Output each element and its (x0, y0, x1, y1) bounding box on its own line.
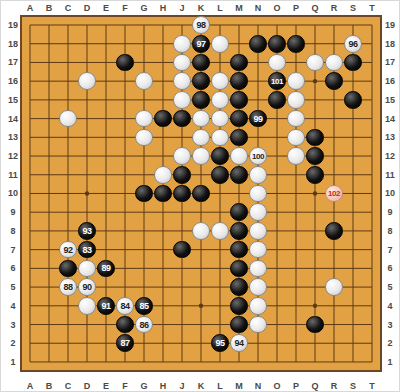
stone-P16[interactable] (287, 72, 305, 90)
coord-label-bottom-F: F (115, 381, 135, 391)
move-number-98: 98 (196, 20, 205, 30)
coord-label-left-13: 13 (5, 132, 21, 142)
stone-M4[interactable] (230, 297, 248, 315)
star-point-Q4 (313, 304, 317, 308)
stone-K18[interactable]: 97 (192, 35, 210, 53)
stone-D7[interactable]: 83 (78, 241, 96, 259)
stone-M14[interactable] (230, 110, 248, 128)
stone-Q17[interactable] (306, 54, 324, 72)
coord-label-right-13: 13 (382, 132, 398, 142)
move-number-85: 85 (139, 301, 148, 311)
coord-label-right-17: 17 (382, 57, 398, 67)
coord-label-bottom-H: H (153, 381, 173, 391)
stone-L15[interactable] (211, 91, 229, 109)
stone-R5[interactable] (325, 278, 343, 296)
coord-label-top-O: O (267, 3, 287, 13)
coord-label-bottom-Q: Q (305, 381, 325, 391)
coord-label-top-Q: Q (305, 3, 325, 13)
stone-J11[interactable] (173, 166, 191, 184)
stone-C7[interactable]: 92 (59, 241, 77, 259)
coord-label-right-14: 14 (382, 114, 398, 124)
coord-label-right-16: 16 (382, 76, 398, 86)
stone-K8[interactable] (192, 222, 210, 240)
coord-label-left-11: 11 (5, 170, 21, 180)
move-number-102: 102 (328, 189, 340, 198)
stone-K12[interactable] (192, 147, 210, 165)
stone-F17[interactable] (116, 54, 134, 72)
stone-O15[interactable] (268, 91, 286, 109)
stone-M6[interactable] (230, 260, 248, 278)
stone-L16[interactable] (211, 72, 229, 90)
stone-E4[interactable]: 91 (97, 297, 115, 315)
coord-label-top-R: R (324, 3, 344, 13)
coord-label-right-18: 18 (382, 39, 398, 49)
coord-label-left-1: 1 (5, 357, 21, 367)
coord-label-right-7: 7 (382, 245, 398, 255)
coord-label-left-19: 19 (5, 20, 21, 30)
move-number-83: 83 (82, 245, 91, 255)
stone-S17[interactable] (344, 54, 362, 72)
coord-label-top-K: K (191, 3, 211, 13)
coord-label-top-A: A (20, 3, 40, 13)
stone-M5[interactable] (230, 278, 248, 296)
coord-label-left-10: 10 (5, 188, 21, 198)
coord-label-right-19: 19 (382, 20, 398, 30)
coord-label-bottom-O: O (267, 381, 287, 391)
stone-G14[interactable] (135, 110, 153, 128)
stone-K13[interactable] (192, 129, 210, 147)
coord-label-right-9: 9 (382, 207, 398, 217)
coord-label-left-18: 18 (5, 39, 21, 49)
stone-P12[interactable] (287, 147, 305, 165)
stone-M11[interactable] (230, 166, 248, 184)
stone-H14[interactable] (154, 110, 172, 128)
stone-L11[interactable] (211, 166, 229, 184)
stone-J18[interactable] (173, 35, 191, 53)
stone-K10[interactable] (192, 185, 210, 203)
coord-label-left-5: 5 (5, 282, 21, 292)
coord-label-top-C: C (58, 3, 78, 13)
goban[interactable]: 9897961019910010293928389889091848586879… (20, 15, 382, 372)
stone-G4[interactable]: 85 (135, 297, 153, 315)
coord-label-right-2: 2 (382, 338, 398, 348)
coord-label-right-4: 4 (382, 301, 398, 311)
stone-E6[interactable]: 89 (97, 260, 115, 278)
stone-K16[interactable] (192, 72, 210, 90)
move-number-86: 86 (139, 320, 148, 330)
star-point-Q16 (313, 79, 317, 83)
stone-L8[interactable] (211, 222, 229, 240)
stone-G10[interactable] (135, 185, 153, 203)
move-number-100: 100 (252, 152, 264, 161)
coord-label-right-8: 8 (382, 226, 398, 236)
stone-D6[interactable] (78, 260, 96, 278)
coord-label-left-12: 12 (5, 151, 21, 161)
stone-D16[interactable] (78, 72, 96, 90)
coord-label-top-D: D (77, 3, 97, 13)
coord-label-top-E: E (96, 3, 116, 13)
stone-O17[interactable] (268, 54, 286, 72)
coord-label-bottom-P: P (286, 381, 306, 391)
stone-N8[interactable] (249, 222, 267, 240)
coord-label-top-S: S (343, 3, 363, 13)
coord-label-left-8: 8 (5, 226, 21, 236)
stone-M7[interactable] (230, 241, 248, 259)
stone-L13[interactable] (211, 129, 229, 147)
stone-H10[interactable] (154, 185, 172, 203)
stone-L18[interactable] (211, 35, 229, 53)
stone-M8[interactable] (230, 222, 248, 240)
coord-label-bottom-C: C (58, 381, 78, 391)
coord-label-top-T: T (362, 3, 382, 13)
coord-label-top-J: J (172, 3, 192, 13)
stone-J16[interactable] (173, 72, 191, 90)
stone-R8[interactable] (325, 222, 343, 240)
stone-P13[interactable] (287, 129, 305, 147)
stone-D4[interactable] (78, 297, 96, 315)
stone-N11[interactable] (249, 166, 267, 184)
stone-R16[interactable] (325, 72, 343, 90)
move-number-93: 93 (82, 226, 91, 236)
stone-J12[interactable] (173, 147, 191, 165)
coord-label-bottom-A: A (20, 381, 40, 391)
stone-F4[interactable]: 84 (116, 297, 134, 315)
stone-J10[interactable] (173, 185, 191, 203)
stone-P15[interactable] (287, 91, 305, 109)
stone-K15[interactable] (192, 91, 210, 109)
stone-Q11[interactable] (306, 166, 324, 184)
stone-J14[interactable] (173, 110, 191, 128)
coord-label-left-7: 7 (5, 245, 21, 255)
stone-P14[interactable] (287, 110, 305, 128)
stone-M13[interactable] (230, 129, 248, 147)
stone-D8[interactable]: 93 (78, 222, 96, 240)
move-number-89: 89 (101, 263, 110, 273)
coord-label-top-M: M (229, 3, 249, 13)
move-number-97: 97 (196, 39, 205, 49)
move-number-88: 88 (63, 282, 72, 292)
stone-N10[interactable] (249, 185, 267, 203)
stone-R10[interactable]: 102 (325, 185, 343, 203)
stone-L14[interactable] (211, 110, 229, 128)
stone-N14[interactable]: 99 (249, 110, 267, 128)
coord-label-right-10: 10 (382, 188, 398, 198)
coord-label-bottom-D: D (77, 381, 97, 391)
coord-label-right-1: 1 (382, 357, 398, 367)
stone-F3[interactable] (116, 316, 134, 334)
stone-D5[interactable]: 90 (78, 278, 96, 296)
coord-label-bottom-L: L (210, 381, 230, 391)
coord-label-top-H: H (153, 3, 173, 13)
coord-label-left-16: 16 (5, 76, 21, 86)
coord-label-left-17: 17 (5, 57, 21, 67)
coord-label-left-2: 2 (5, 338, 21, 348)
move-number-90: 90 (82, 282, 91, 292)
move-number-94: 94 (234, 338, 243, 348)
coord-label-right-6: 6 (382, 263, 398, 273)
stone-M2[interactable]: 94 (230, 334, 248, 352)
stone-M9[interactable] (230, 203, 248, 221)
coord-label-right-15: 15 (382, 95, 398, 105)
stone-C6[interactable] (59, 260, 77, 278)
stone-N6[interactable] (249, 260, 267, 278)
stone-Q13[interactable] (306, 129, 324, 147)
coord-label-top-N: N (248, 3, 268, 13)
coord-label-bottom-T: T (362, 381, 382, 391)
stone-R17[interactable] (325, 54, 343, 72)
star-point-Q10 (313, 191, 317, 195)
stone-N12[interactable]: 100 (249, 147, 267, 165)
stone-N3[interactable] (249, 316, 267, 334)
stone-F2[interactable]: 87 (116, 334, 134, 352)
move-number-101: 101 (271, 77, 283, 86)
coord-label-left-4: 4 (5, 301, 21, 311)
move-number-96: 96 (348, 39, 357, 49)
stone-N4[interactable] (249, 297, 267, 315)
stone-P18[interactable] (287, 35, 305, 53)
move-number-91: 91 (101, 301, 110, 311)
coord-label-left-14: 14 (5, 114, 21, 124)
stone-S18[interactable]: 96 (344, 35, 362, 53)
stone-H11[interactable] (154, 166, 172, 184)
stone-Q12[interactable] (306, 147, 324, 165)
stone-K14[interactable] (192, 110, 210, 128)
stone-L12[interactable] (211, 147, 229, 165)
move-number-84: 84 (120, 301, 129, 311)
coord-label-left-9: 9 (5, 207, 21, 217)
move-number-92: 92 (63, 245, 72, 255)
coord-label-right-12: 12 (382, 151, 398, 161)
stone-N5[interactable] (249, 278, 267, 296)
star-point-D10 (85, 191, 89, 195)
coord-label-bottom-G: G (134, 381, 154, 391)
stone-C5[interactable]: 88 (59, 278, 77, 296)
stone-N9[interactable] (249, 203, 267, 221)
stone-L2[interactable]: 95 (211, 334, 229, 352)
stone-G16[interactable] (135, 72, 153, 90)
coord-label-bottom-M: M (229, 381, 249, 391)
move-number-95: 95 (215, 338, 224, 348)
coord-label-bottom-N: N (248, 381, 268, 391)
star-point-K4 (199, 304, 203, 308)
coord-label-bottom-R: R (324, 381, 344, 391)
coord-label-left-6: 6 (5, 263, 21, 273)
stone-S15[interactable] (344, 91, 362, 109)
stone-M16[interactable] (230, 72, 248, 90)
stone-C14[interactable] (59, 110, 77, 128)
coord-label-bottom-K: K (191, 381, 211, 391)
move-number-99: 99 (253, 114, 262, 124)
stone-M15[interactable] (230, 91, 248, 109)
stone-J7[interactable] (173, 241, 191, 259)
coord-label-right-3: 3 (382, 320, 398, 330)
coord-label-right-5: 5 (382, 282, 398, 292)
coord-label-top-L: L (210, 3, 230, 13)
coord-label-left-3: 3 (5, 320, 21, 330)
stone-G13[interactable] (135, 129, 153, 147)
go-board-viewer: 9897961019910010293928389889091848586879… (0, 0, 400, 392)
coord-label-bottom-B: B (39, 381, 59, 391)
stone-Q3[interactable] (306, 316, 324, 334)
coord-label-bottom-S: S (343, 381, 363, 391)
coord-label-bottom-J: J (172, 381, 192, 391)
move-number-87: 87 (120, 338, 129, 348)
stone-N7[interactable] (249, 241, 267, 259)
stone-J17[interactable] (173, 54, 191, 72)
stone-M17[interactable] (230, 54, 248, 72)
stone-M3[interactable] (230, 316, 248, 334)
coord-label-top-B: B (39, 3, 59, 13)
stone-O16[interactable]: 101 (268, 72, 286, 90)
coord-label-right-11: 11 (382, 170, 398, 180)
coord-label-left-15: 15 (5, 95, 21, 105)
stone-N18[interactable] (249, 35, 267, 53)
stone-K17[interactable] (192, 54, 210, 72)
stone-K19[interactable]: 98 (192, 16, 210, 34)
stone-M12[interactable] (230, 147, 248, 165)
coord-label-bottom-E: E (96, 381, 116, 391)
coord-label-top-P: P (286, 3, 306, 13)
stone-J15[interactable] (173, 91, 191, 109)
coord-label-top-G: G (134, 3, 154, 13)
stone-O18[interactable] (268, 35, 286, 53)
stone-G3[interactable]: 86 (135, 316, 153, 334)
coord-label-top-F: F (115, 3, 135, 13)
